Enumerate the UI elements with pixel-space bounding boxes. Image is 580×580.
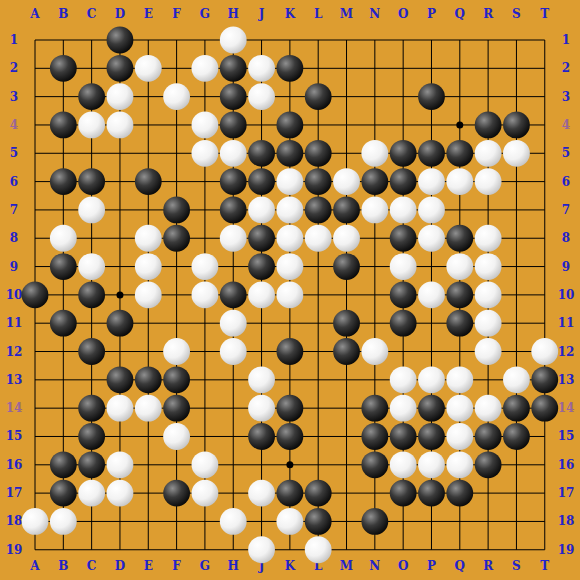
white-stone: [390, 395, 417, 422]
column-label-top: D: [115, 7, 125, 21]
black-stone: [107, 310, 134, 337]
column-label-top: N: [369, 7, 380, 21]
white-stone: [503, 140, 530, 167]
column-label-top: Q: [455, 7, 465, 21]
black-stone: [333, 197, 360, 224]
white-stone: [276, 253, 303, 280]
black-stone: [276, 55, 303, 82]
white-stone: [78, 112, 105, 139]
black-stone: [78, 423, 105, 450]
black-stone: [220, 168, 247, 195]
row-label-right: 6: [562, 175, 570, 189]
row-label-left: 16: [6, 458, 23, 472]
row-label-right: 11: [558, 316, 575, 330]
white-stone: [446, 423, 473, 450]
black-stone: [248, 423, 275, 450]
black-stone: [163, 225, 190, 252]
white-stone: [135, 281, 162, 308]
row-label-right: 12: [558, 345, 575, 359]
column-label-top: E: [144, 7, 153, 21]
black-stone: [50, 55, 77, 82]
black-stone: [220, 83, 247, 110]
row-label-right: 19: [558, 543, 575, 557]
white-stone: [192, 55, 219, 82]
white-stone: [248, 536, 275, 563]
white-stone: [107, 112, 134, 139]
row-label-right: 2: [562, 61, 570, 75]
black-stone: [361, 168, 388, 195]
black-stone: [163, 480, 190, 507]
white-stone: [135, 55, 162, 82]
black-stone: [418, 423, 445, 450]
white-stone: [107, 83, 134, 110]
column-label-top: C: [87, 7, 97, 21]
white-stone: [220, 338, 247, 365]
black-stone: [446, 140, 473, 167]
white-stone: [192, 253, 219, 280]
black-stone: [305, 168, 332, 195]
row-label-right: 18: [558, 514, 575, 528]
column-label-bottom: B: [58, 559, 68, 573]
column-label-bottom: K: [285, 559, 296, 573]
column-label-bottom: G: [200, 559, 210, 573]
white-stone: [276, 225, 303, 252]
row-label-right: 8: [562, 231, 570, 245]
black-stone: [305, 508, 332, 535]
white-stone: [418, 451, 445, 478]
white-stone: [220, 225, 247, 252]
white-stone: [50, 225, 77, 252]
white-stone: [361, 140, 388, 167]
white-stone: [220, 140, 247, 167]
white-stone: [192, 451, 219, 478]
column-label-top: A: [29, 7, 40, 21]
row-label-left: 5: [10, 146, 18, 160]
black-stone: [107, 27, 134, 54]
black-stone: [531, 395, 558, 422]
black-stone: [361, 395, 388, 422]
row-label-left: 8: [10, 231, 18, 245]
column-label-top: B: [58, 7, 68, 21]
black-stone: [361, 508, 388, 535]
column-label-bottom: P: [427, 559, 436, 573]
white-stone: [390, 451, 417, 478]
white-stone: [107, 480, 134, 507]
black-stone: [333, 253, 360, 280]
black-stone: [475, 451, 502, 478]
black-stone: [333, 310, 360, 337]
row-label-right: 14: [558, 401, 575, 415]
black-stone: [446, 281, 473, 308]
black-stone: [78, 168, 105, 195]
white-stone: [135, 225, 162, 252]
white-stone: [248, 480, 275, 507]
black-stone: [107, 55, 134, 82]
row-label-left: 15: [6, 429, 23, 443]
black-stone: [248, 225, 275, 252]
column-label-bottom: T: [540, 559, 549, 573]
black-stone: [418, 395, 445, 422]
black-stone: [248, 253, 275, 280]
row-label-left: 7: [10, 203, 18, 217]
black-stone: [50, 451, 77, 478]
black-stone: [446, 310, 473, 337]
black-stone: [390, 168, 417, 195]
row-label-left: 6: [10, 175, 18, 189]
white-stone: [475, 168, 502, 195]
row-label-right: 9: [562, 260, 570, 274]
column-label-bottom: H: [228, 559, 239, 573]
white-stone: [418, 168, 445, 195]
column-label-top: O: [398, 7, 408, 21]
row-label-left: 10: [6, 288, 23, 302]
column-label-top: T: [540, 7, 549, 21]
star-point: [286, 461, 293, 468]
column-label-bottom: S: [512, 559, 521, 573]
row-label-left: 14: [6, 401, 23, 415]
column-label-bottom: Q: [455, 559, 465, 573]
column-label-top: P: [427, 7, 436, 21]
white-stone: [418, 281, 445, 308]
column-label-bottom: R: [483, 559, 494, 573]
white-stone: [78, 253, 105, 280]
black-stone: [276, 423, 303, 450]
black-stone: [390, 281, 417, 308]
column-label-bottom: M: [340, 559, 353, 573]
go-board[interactable]: AABBCCDDEEFFGGHHJJKKLLMMNNOOPPQQRRSSTT11…: [0, 0, 580, 580]
row-label-right: 16: [558, 458, 575, 472]
white-stone: [220, 27, 247, 54]
black-stone: [78, 338, 105, 365]
black-stone: [390, 310, 417, 337]
white-stone: [248, 83, 275, 110]
white-stone: [333, 168, 360, 195]
white-stone: [418, 225, 445, 252]
row-label-right: 13: [558, 373, 575, 387]
row-label-left: 1: [10, 33, 18, 47]
white-stone: [276, 281, 303, 308]
white-stone: [78, 480, 105, 507]
white-stone: [475, 140, 502, 167]
black-stone: [50, 480, 77, 507]
black-stone: [390, 480, 417, 507]
white-stone: [248, 366, 275, 393]
black-stone: [475, 112, 502, 139]
black-stone: [276, 112, 303, 139]
column-label-bottom: O: [398, 559, 408, 573]
black-stone: [475, 423, 502, 450]
black-stone: [220, 197, 247, 224]
black-stone: [22, 281, 49, 308]
row-label-left: 19: [6, 543, 23, 557]
white-stone: [475, 281, 502, 308]
white-stone: [475, 395, 502, 422]
black-stone: [446, 225, 473, 252]
white-stone: [248, 281, 275, 308]
black-stone: [163, 366, 190, 393]
black-stone: [503, 423, 530, 450]
white-stone: [192, 480, 219, 507]
row-label-right: 10: [558, 288, 575, 302]
white-stone: [276, 168, 303, 195]
white-stone: [418, 197, 445, 224]
white-stone: [531, 338, 558, 365]
white-stone: [305, 225, 332, 252]
row-label-left: 11: [6, 316, 23, 330]
row-label-right: 7: [562, 203, 570, 217]
row-label-right: 15: [558, 429, 575, 443]
row-label-left: 3: [10, 90, 18, 104]
black-stone: [276, 338, 303, 365]
column-label-top: R: [483, 7, 494, 21]
black-stone: [135, 366, 162, 393]
black-stone: [361, 423, 388, 450]
white-stone: [163, 423, 190, 450]
white-stone: [248, 197, 275, 224]
black-stone: [78, 451, 105, 478]
black-stone: [163, 197, 190, 224]
white-stone: [390, 253, 417, 280]
white-stone: [107, 395, 134, 422]
row-label-left: 2: [10, 61, 18, 75]
white-stone: [107, 451, 134, 478]
column-label-bottom: F: [172, 559, 181, 573]
white-stone: [192, 140, 219, 167]
black-stone: [248, 140, 275, 167]
column-label-top: L: [314, 7, 323, 21]
row-label-left: 9: [10, 260, 18, 274]
white-stone: [418, 366, 445, 393]
column-label-top: J: [258, 7, 265, 21]
white-stone: [276, 508, 303, 535]
column-label-top: G: [200, 7, 210, 21]
white-stone: [220, 310, 247, 337]
star-point: [116, 291, 123, 298]
white-stone: [192, 112, 219, 139]
column-label-top: F: [172, 7, 181, 21]
column-label-bottom: C: [87, 559, 97, 573]
black-stone: [220, 281, 247, 308]
black-stone: [418, 140, 445, 167]
black-stone: [418, 480, 445, 507]
black-stone: [276, 140, 303, 167]
black-stone: [78, 83, 105, 110]
white-stone: [220, 508, 247, 535]
black-stone: [50, 253, 77, 280]
white-stone: [22, 508, 49, 535]
column-label-top: K: [285, 7, 296, 21]
black-stone: [78, 281, 105, 308]
black-stone: [135, 168, 162, 195]
white-stone: [135, 395, 162, 422]
black-stone: [305, 140, 332, 167]
white-stone: [305, 536, 332, 563]
column-label-bottom: A: [29, 559, 40, 573]
black-stone: [163, 395, 190, 422]
black-stone: [276, 395, 303, 422]
row-label-right: 1: [562, 33, 570, 47]
white-stone: [475, 225, 502, 252]
black-stone: [390, 225, 417, 252]
black-stone: [305, 197, 332, 224]
white-stone: [390, 197, 417, 224]
white-stone: [475, 338, 502, 365]
black-stone: [220, 55, 247, 82]
white-stone: [163, 338, 190, 365]
white-stone: [446, 395, 473, 422]
black-stone: [50, 112, 77, 139]
row-label-left: 18: [6, 514, 23, 528]
white-stone: [163, 83, 190, 110]
black-stone: [390, 140, 417, 167]
column-label-top: H: [228, 7, 239, 21]
white-stone: [446, 451, 473, 478]
white-stone: [78, 197, 105, 224]
white-stone: [333, 225, 360, 252]
black-stone: [390, 423, 417, 450]
column-label-bottom: D: [115, 559, 125, 573]
row-label-right: 3: [562, 90, 570, 104]
column-label-bottom: E: [144, 559, 153, 573]
black-stone: [305, 83, 332, 110]
black-stone: [333, 338, 360, 365]
row-label-left: 17: [6, 486, 23, 500]
white-stone: [361, 197, 388, 224]
white-stone: [135, 253, 162, 280]
white-stone: [390, 366, 417, 393]
white-stone: [276, 197, 303, 224]
go-board-widget: AABBCCDDEEFFGGHHJJKKLLMMNNOOPPQQRRSSTT11…: [0, 0, 580, 580]
white-stone: [503, 366, 530, 393]
black-stone: [276, 480, 303, 507]
black-stone: [503, 395, 530, 422]
white-stone: [446, 168, 473, 195]
white-stone: [475, 253, 502, 280]
black-stone: [531, 366, 558, 393]
white-stone: [361, 338, 388, 365]
black-stone: [503, 112, 530, 139]
row-label-left: 4: [10, 118, 18, 132]
black-stone: [361, 451, 388, 478]
row-label-right: 4: [562, 118, 570, 132]
black-stone: [50, 310, 77, 337]
column-label-top: S: [512, 7, 521, 21]
black-stone: [78, 395, 105, 422]
black-stone: [50, 168, 77, 195]
white-stone: [446, 253, 473, 280]
white-stone: [192, 281, 219, 308]
column-label-bottom: N: [369, 559, 380, 573]
white-stone: [475, 310, 502, 337]
white-stone: [50, 508, 77, 535]
black-stone: [446, 480, 473, 507]
star-point: [456, 121, 463, 128]
row-label-left: 12: [6, 345, 23, 359]
row-label-right: 5: [562, 146, 570, 160]
black-stone: [248, 168, 275, 195]
black-stone: [418, 83, 445, 110]
white-stone: [248, 395, 275, 422]
row-label-right: 17: [558, 486, 575, 500]
column-label-top: M: [340, 7, 353, 21]
white-stone: [248, 55, 275, 82]
black-stone: [220, 112, 247, 139]
black-stone: [305, 480, 332, 507]
row-label-left: 13: [6, 373, 23, 387]
black-stone: [107, 366, 134, 393]
white-stone: [446, 366, 473, 393]
